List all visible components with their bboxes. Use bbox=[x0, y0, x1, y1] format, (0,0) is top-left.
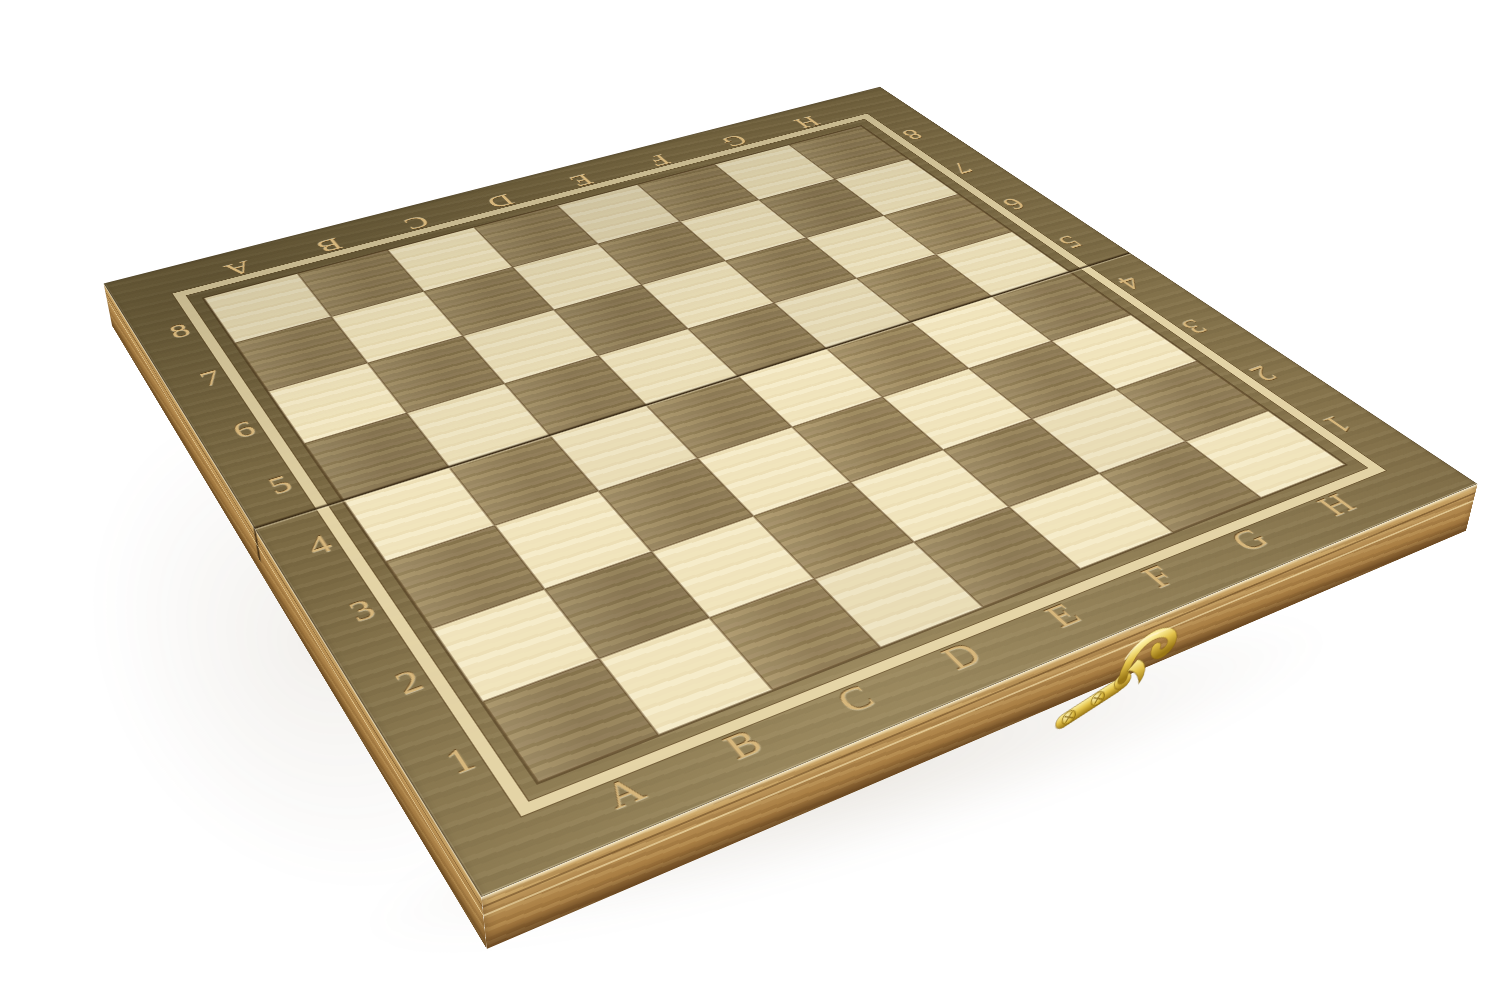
square-b2 bbox=[545, 552, 710, 659]
square-a1 bbox=[482, 659, 658, 783]
square-b1 bbox=[599, 618, 773, 735]
square-e1 bbox=[914, 507, 1080, 607]
square-h1 bbox=[1186, 411, 1345, 498]
file-labels-near: ABCDEFGH bbox=[538, 465, 1412, 854]
square-e3 bbox=[792, 397, 943, 482]
perspective-scene: ABCDEFGH ABCDEFGH 87654321 87654321 bbox=[0, 0, 1500, 1000]
square-f1 bbox=[1009, 473, 1173, 569]
chess-board: ABCDEFGH ABCDEFGH 87654321 87654321 bbox=[104, 87, 1478, 897]
square-g2 bbox=[1032, 389, 1186, 473]
square-d1 bbox=[814, 542, 983, 648]
square-a5 bbox=[304, 413, 449, 500]
square-d3 bbox=[698, 427, 851, 516]
square-c4 bbox=[550, 405, 698, 491]
square-a3 bbox=[386, 525, 545, 628]
square-c1 bbox=[709, 579, 880, 690]
square-b3 bbox=[495, 491, 652, 589]
square-d2 bbox=[753, 482, 913, 579]
square-a4 bbox=[343, 467, 494, 562]
square-g1 bbox=[1099, 441, 1261, 532]
rank-labels-left: 87654321 bbox=[125, 298, 538, 823]
square-b5 bbox=[407, 384, 550, 467]
square-b4 bbox=[449, 435, 599, 525]
square-f3 bbox=[882, 368, 1031, 449]
coordinate-label-1: 1 bbox=[1268, 387, 1410, 464]
square-c2 bbox=[652, 516, 815, 618]
square-d4 bbox=[646, 376, 792, 458]
photo-background: ABCDEFGH ABCDEFGH 87654321 87654321 bbox=[0, 0, 1500, 1000]
square-c3 bbox=[599, 458, 754, 551]
square-f2 bbox=[943, 419, 1099, 507]
square-e2 bbox=[850, 450, 1008, 542]
square-a2 bbox=[432, 589, 599, 702]
